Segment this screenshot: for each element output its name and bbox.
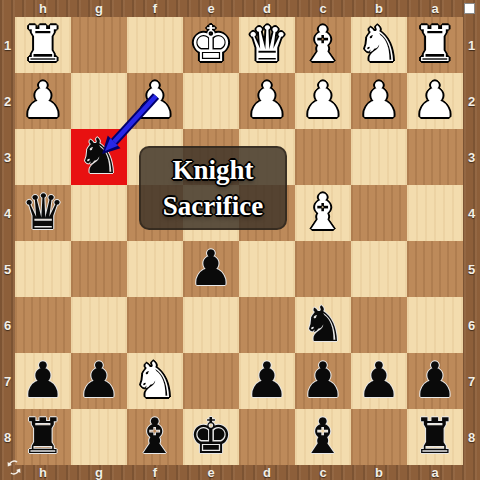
square-h2[interactable]: ♟ [15, 73, 71, 129]
rank-label-2: 2 [463, 73, 480, 129]
square-c2[interactable]: ♟ [295, 73, 351, 129]
piece-white-pawn[interactable]: ♟ [239, 73, 295, 129]
square-c4[interactable]: ♝ [295, 185, 351, 241]
piece-white-pawn[interactable]: ♟ [351, 73, 407, 129]
square-d6[interactable] [239, 297, 295, 353]
square-c8[interactable]: ♝ [295, 409, 351, 465]
rank-label-8: 8 [463, 409, 480, 465]
square-e2[interactable] [183, 73, 239, 129]
file-label-e: e [183, 465, 239, 480]
square-b1[interactable]: ♞ [351, 17, 407, 73]
square-a4[interactable] [407, 185, 463, 241]
piece-black-queen[interactable]: ♛ [15, 185, 71, 241]
piece-white-rook[interactable]: ♜ [15, 17, 71, 73]
rank-label-4: 4 [463, 185, 480, 241]
square-f1[interactable] [127, 17, 183, 73]
square-g2[interactable] [71, 73, 127, 129]
piece-white-king[interactable]: ♚ [183, 17, 239, 73]
file-label-d: d [239, 0, 295, 17]
piece-white-rook[interactable]: ♜ [407, 17, 463, 73]
square-e6[interactable] [183, 297, 239, 353]
square-h6[interactable] [15, 297, 71, 353]
square-b8[interactable] [351, 409, 407, 465]
square-b7[interactable]: ♟ [351, 353, 407, 409]
rank-label-1: 1 [463, 17, 480, 73]
square-e1[interactable]: ♚ [183, 17, 239, 73]
square-h5[interactable] [15, 241, 71, 297]
square-e7[interactable] [183, 353, 239, 409]
rank-label-5: 5 [0, 241, 15, 297]
rank-label-5: 5 [463, 241, 480, 297]
piece-black-rook[interactable]: ♜ [15, 409, 71, 465]
piece-white-pawn[interactable]: ♟ [295, 73, 351, 129]
square-e8[interactable]: ♚ [183, 409, 239, 465]
square-a8[interactable]: ♜ [407, 409, 463, 465]
square-h4[interactable]: ♛ [15, 185, 71, 241]
square-h3[interactable] [15, 129, 71, 185]
square-a3[interactable] [407, 129, 463, 185]
square-a5[interactable] [407, 241, 463, 297]
piece-black-knight[interactable]: ♞ [71, 129, 127, 185]
piece-black-king[interactable]: ♚ [183, 409, 239, 465]
annotation-line-2: Sacrifice [163, 188, 263, 224]
square-d2[interactable]: ♟ [239, 73, 295, 129]
square-h1[interactable]: ♜ [15, 17, 71, 73]
rank-label-7: 7 [463, 353, 480, 409]
square-g7[interactable]: ♟ [71, 353, 127, 409]
piece-black-pawn[interactable]: ♟ [407, 353, 463, 409]
square-b6[interactable] [351, 297, 407, 353]
piece-black-pawn[interactable]: ♟ [183, 241, 239, 297]
file-label-g: g [71, 465, 127, 480]
piece-black-pawn[interactable]: ♟ [351, 353, 407, 409]
piece-white-bishop[interactable]: ♝ [295, 17, 351, 73]
rank-label-6: 6 [463, 297, 480, 353]
square-f2[interactable]: ♟ [127, 73, 183, 129]
square-b4[interactable] [351, 185, 407, 241]
piece-black-pawn[interactable]: ♟ [71, 353, 127, 409]
file-label-f: f [127, 465, 183, 480]
square-a6[interactable] [407, 297, 463, 353]
square-g6[interactable] [71, 297, 127, 353]
file-label-a: a [407, 0, 463, 17]
file-label-e: e [183, 0, 239, 17]
square-c3[interactable] [295, 129, 351, 185]
square-h7[interactable]: ♟ [15, 353, 71, 409]
piece-white-pawn[interactable]: ♟ [127, 73, 183, 129]
square-d1[interactable]: ♛ [239, 17, 295, 73]
square-c5[interactable] [295, 241, 351, 297]
rank-label-3: 3 [463, 129, 480, 185]
piece-black-pawn[interactable]: ♟ [15, 353, 71, 409]
annotation-line-1: Knight [172, 152, 253, 188]
square-c7[interactable]: ♟ [295, 353, 351, 409]
square-g8[interactable] [71, 409, 127, 465]
square-b3[interactable] [351, 129, 407, 185]
square-b5[interactable] [351, 241, 407, 297]
square-f5[interactable] [127, 241, 183, 297]
piece-black-bishop[interactable]: ♝ [127, 409, 183, 465]
square-a7[interactable]: ♟ [407, 353, 463, 409]
square-c6[interactable]: ♞ [295, 297, 351, 353]
rank-label-8: 8 [0, 409, 15, 465]
piece-black-pawn[interactable]: ♟ [295, 353, 351, 409]
side-to-move-indicator [464, 3, 475, 14]
annotation-label: Knight Sacrifice [139, 146, 287, 230]
square-h8[interactable]: ♜ [15, 409, 71, 465]
piece-white-pawn[interactable]: ♟ [407, 73, 463, 129]
square-e5[interactable]: ♟ [183, 241, 239, 297]
square-a1[interactable]: ♜ [407, 17, 463, 73]
square-f7[interactable]: ♞ [127, 353, 183, 409]
rank-label-6: 6 [0, 297, 15, 353]
rank-label-2: 2 [0, 73, 15, 129]
square-d7[interactable]: ♟ [239, 353, 295, 409]
piece-white-knight[interactable]: ♞ [127, 353, 183, 409]
square-g5[interactable] [71, 241, 127, 297]
rotate-arrows-icon [5, 459, 23, 476]
rank-label-3: 3 [0, 129, 15, 185]
square-c1[interactable]: ♝ [295, 17, 351, 73]
file-label-c: c [295, 465, 351, 480]
chess-board: ♜♚♛♝♞♜♟♟♟♟♟♟♞♛♝♟♞♟♟♞♟♟♟♟♜♝♚♝♜ [15, 17, 463, 465]
rank-label-1: 1 [0, 17, 15, 73]
square-d5[interactable] [239, 241, 295, 297]
file-label-b: b [351, 0, 407, 17]
rank-label-4: 4 [0, 185, 15, 241]
file-label-f: f [127, 0, 183, 17]
file-label-g: g [71, 0, 127, 17]
flip-board-button[interactable] [3, 458, 25, 477]
square-f8[interactable]: ♝ [127, 409, 183, 465]
file-labels-bottom: hgfedcba [15, 465, 463, 480]
file-labels-top: hgfedcba [15, 0, 463, 17]
square-f6[interactable] [127, 297, 183, 353]
chess-board-app: hgfedcba hgfedcba 12345678 12345678 ♜♚♛♝… [0, 0, 480, 480]
rank-labels-right: 12345678 [463, 17, 480, 465]
square-b2[interactable]: ♟ [351, 73, 407, 129]
file-label-h: h [15, 0, 71, 17]
piece-black-knight[interactable]: ♞ [295, 297, 351, 353]
piece-black-pawn[interactable]: ♟ [239, 353, 295, 409]
file-label-a: a [407, 465, 463, 480]
square-d8[interactable] [239, 409, 295, 465]
piece-white-queen[interactable]: ♛ [239, 17, 295, 73]
piece-white-pawn[interactable]: ♟ [15, 73, 71, 129]
piece-white-knight[interactable]: ♞ [351, 17, 407, 73]
rank-labels-left: 12345678 [0, 17, 15, 465]
square-g4[interactable] [71, 185, 127, 241]
piece-black-rook[interactable]: ♜ [407, 409, 463, 465]
rank-label-7: 7 [0, 353, 15, 409]
square-a2[interactable]: ♟ [407, 73, 463, 129]
square-g3[interactable]: ♞ [71, 129, 127, 185]
piece-white-bishop[interactable]: ♝ [295, 185, 351, 241]
file-label-d: d [239, 465, 295, 480]
file-label-b: b [351, 465, 407, 480]
piece-black-bishop[interactable]: ♝ [295, 409, 351, 465]
square-g1[interactable] [71, 17, 127, 73]
file-label-c: c [295, 0, 351, 17]
